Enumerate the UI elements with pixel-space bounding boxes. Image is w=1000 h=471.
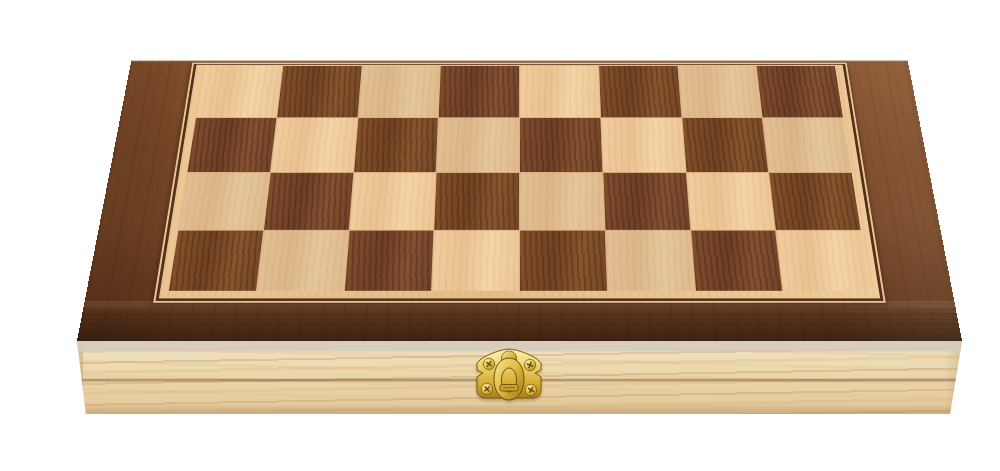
board-square [257, 231, 349, 291]
screw-icon [525, 384, 537, 396]
screw-icon [524, 359, 536, 371]
board-square [520, 66, 600, 117]
board-square [344, 231, 433, 291]
board-square [686, 173, 775, 230]
board-square [520, 173, 604, 230]
box-front-panel [77, 341, 962, 414]
board-square [682, 118, 768, 172]
screw-icon [481, 383, 493, 395]
board-square [520, 118, 602, 172]
board-square [437, 118, 519, 172]
board-square [603, 173, 690, 230]
board-square [769, 173, 860, 230]
brass-latch-icon [467, 347, 551, 407]
board-square [432, 231, 519, 291]
board-square [601, 118, 685, 172]
board-maple-margin [159, 65, 880, 299]
board-square [605, 231, 694, 291]
board-square [439, 66, 519, 117]
board-square [277, 66, 361, 117]
board-square [349, 173, 436, 230]
board-square [691, 231, 783, 291]
board-square [358, 66, 440, 117]
board-square [435, 173, 519, 230]
board-square [599, 66, 681, 117]
board-square [763, 118, 852, 172]
board-inlay-border [153, 63, 886, 303]
board-square [520, 231, 607, 291]
board-square [678, 66, 762, 117]
box-lid-top [77, 60, 962, 341]
board-square [169, 231, 263, 291]
board-square [187, 118, 276, 172]
board-square [196, 66, 282, 117]
board-square [354, 118, 438, 172]
board-square [271, 118, 357, 172]
board-square [178, 173, 269, 230]
screw-icon [483, 358, 495, 370]
chessboard [169, 66, 870, 291]
brass-latch [467, 347, 551, 407]
board-square [264, 173, 353, 230]
board-square [757, 66, 843, 117]
product-photo-chess-box [0, 0, 1000, 471]
board-square [776, 231, 870, 291]
